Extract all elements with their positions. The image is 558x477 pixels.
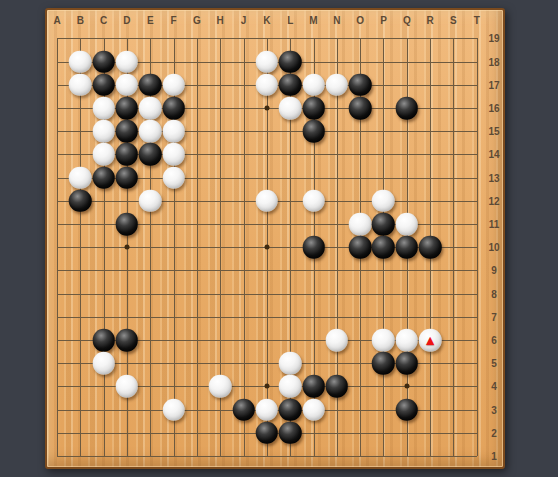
stone-black-O17 [349, 74, 372, 97]
row-label-12: 12 [488, 195, 499, 206]
column-label-O: O [356, 14, 364, 25]
row-label-18: 18 [488, 56, 499, 67]
stone-black-D6 [116, 329, 139, 352]
stone-white-Q6 [396, 329, 419, 352]
star-point-D10 [124, 245, 129, 250]
stone-black-E14 [139, 143, 162, 166]
grid-line-vertical [453, 38, 454, 456]
grid-line-horizontal [57, 294, 477, 295]
stone-black-D14 [116, 143, 139, 166]
stone-black-L17 [279, 74, 302, 97]
stone-white-P12 [372, 190, 395, 213]
stone-black-Q10 [396, 236, 419, 259]
stone-white-C16 [92, 97, 115, 120]
column-label-R: R [426, 14, 433, 25]
row-label-11: 11 [489, 219, 500, 230]
stone-white-F15 [162, 120, 185, 143]
stone-white-D18 [116, 50, 139, 73]
stone-white-E16 [139, 97, 162, 120]
star-point-K16 [264, 106, 269, 111]
stone-black-P10 [372, 236, 395, 259]
column-label-F: F [171, 14, 177, 25]
star-point-K10 [264, 245, 269, 250]
stone-black-D16 [116, 97, 139, 120]
stone-white-M3 [302, 398, 325, 421]
row-label-8: 8 [491, 288, 497, 299]
stone-black-J3 [232, 398, 255, 421]
stone-white-K18 [256, 50, 279, 73]
stone-black-Q5 [396, 352, 419, 375]
row-label-6: 6 [491, 335, 497, 346]
row-label-17: 17 [488, 79, 499, 90]
stone-white-F17 [162, 74, 185, 97]
row-label-1: 1 [491, 451, 497, 462]
stone-white-E15 [139, 120, 162, 143]
stone-white-M17 [302, 74, 325, 97]
row-label-2: 2 [491, 427, 497, 438]
stone-black-E17 [139, 74, 162, 97]
column-label-K: K [263, 14, 270, 25]
stone-black-C17 [92, 74, 115, 97]
column-label-Q: Q [403, 14, 411, 25]
column-label-P: P [380, 14, 387, 25]
stone-black-B12 [69, 190, 92, 213]
stone-white-M12 [302, 190, 325, 213]
stone-white-D17 [116, 74, 139, 97]
app-background: ABCDEFGHJKLMNOPQRST 19181716151413121110… [0, 0, 558, 477]
stone-white-C5 [92, 352, 115, 375]
stone-black-L2 [279, 422, 302, 445]
column-label-H: H [217, 14, 224, 25]
stone-white-L5 [279, 352, 302, 375]
row-label-15: 15 [488, 126, 499, 137]
grid-line-horizontal [57, 317, 477, 318]
stone-black-D11 [116, 213, 139, 236]
stone-white-K12 [256, 190, 279, 213]
last-move-marker: ▲ [423, 333, 437, 347]
row-label-4: 4 [491, 381, 497, 392]
stone-white-E12 [139, 190, 162, 213]
column-label-C: C [100, 14, 107, 25]
stone-white-Q11 [396, 213, 419, 236]
row-label-16: 16 [488, 103, 499, 114]
stone-black-C18 [92, 50, 115, 73]
stone-white-K17 [256, 74, 279, 97]
stone-black-M16 [302, 97, 325, 120]
stone-black-Q3 [396, 398, 419, 421]
stone-black-M4 [302, 375, 325, 398]
row-label-10: 10 [488, 242, 499, 253]
stone-black-R10 [419, 236, 442, 259]
grid-line-horizontal [57, 456, 477, 457]
stone-black-D13 [116, 166, 139, 189]
stone-white-B18 [69, 50, 92, 73]
star-point-Q4 [404, 384, 409, 389]
stone-black-P11 [372, 213, 395, 236]
column-label-S: S [450, 14, 457, 25]
stone-white-C15 [92, 120, 115, 143]
stone-black-C13 [92, 166, 115, 189]
row-label-7: 7 [491, 311, 497, 322]
stone-black-O10 [349, 236, 372, 259]
stone-white-F13 [162, 166, 185, 189]
stone-white-R6: ▲ [419, 329, 442, 352]
grid-line-horizontal [57, 270, 477, 271]
column-label-B: B [77, 14, 84, 25]
stone-white-F3 [162, 398, 185, 421]
grid-line-vertical [477, 38, 478, 456]
column-label-L: L [287, 14, 293, 25]
row-label-13: 13 [488, 172, 499, 183]
row-label-14: 14 [488, 149, 499, 160]
column-label-M: M [309, 14, 317, 25]
stone-black-D15 [116, 120, 139, 143]
stone-black-P5 [372, 352, 395, 375]
stone-white-C14 [92, 143, 115, 166]
column-label-E: E [147, 14, 154, 25]
stone-black-M15 [302, 120, 325, 143]
row-label-9: 9 [491, 265, 497, 276]
stone-black-L3 [279, 398, 302, 421]
stone-black-L18 [279, 50, 302, 73]
stone-white-L4 [279, 375, 302, 398]
stone-white-K3 [256, 398, 279, 421]
row-label-19: 19 [488, 33, 499, 44]
row-label-5: 5 [491, 358, 497, 369]
stone-black-C6 [92, 329, 115, 352]
stone-white-H4 [209, 375, 232, 398]
stone-white-B13 [69, 166, 92, 189]
column-label-D: D [123, 14, 130, 25]
stone-black-M10 [302, 236, 325, 259]
column-label-G: G [193, 14, 201, 25]
stone-white-N17 [326, 74, 349, 97]
stone-white-P6 [372, 329, 395, 352]
stone-white-D4 [116, 375, 139, 398]
column-label-J: J [241, 14, 247, 25]
stone-black-Q16 [396, 97, 419, 120]
stone-white-F14 [162, 143, 185, 166]
stone-black-F16 [162, 97, 185, 120]
column-label-T: T [474, 14, 480, 25]
column-label-A: A [53, 14, 60, 25]
stone-white-O11 [349, 213, 372, 236]
row-label-3: 3 [491, 404, 497, 415]
star-point-K4 [264, 384, 269, 389]
column-label-N: N [333, 14, 340, 25]
stone-white-N6 [326, 329, 349, 352]
stone-black-K2 [256, 422, 279, 445]
stone-black-N4 [326, 375, 349, 398]
stone-white-B17 [69, 74, 92, 97]
stone-white-L16 [279, 97, 302, 120]
stone-black-O16 [349, 97, 372, 120]
go-board[interactable]: ABCDEFGHJKLMNOPQRST 19181716151413121110… [45, 8, 505, 469]
